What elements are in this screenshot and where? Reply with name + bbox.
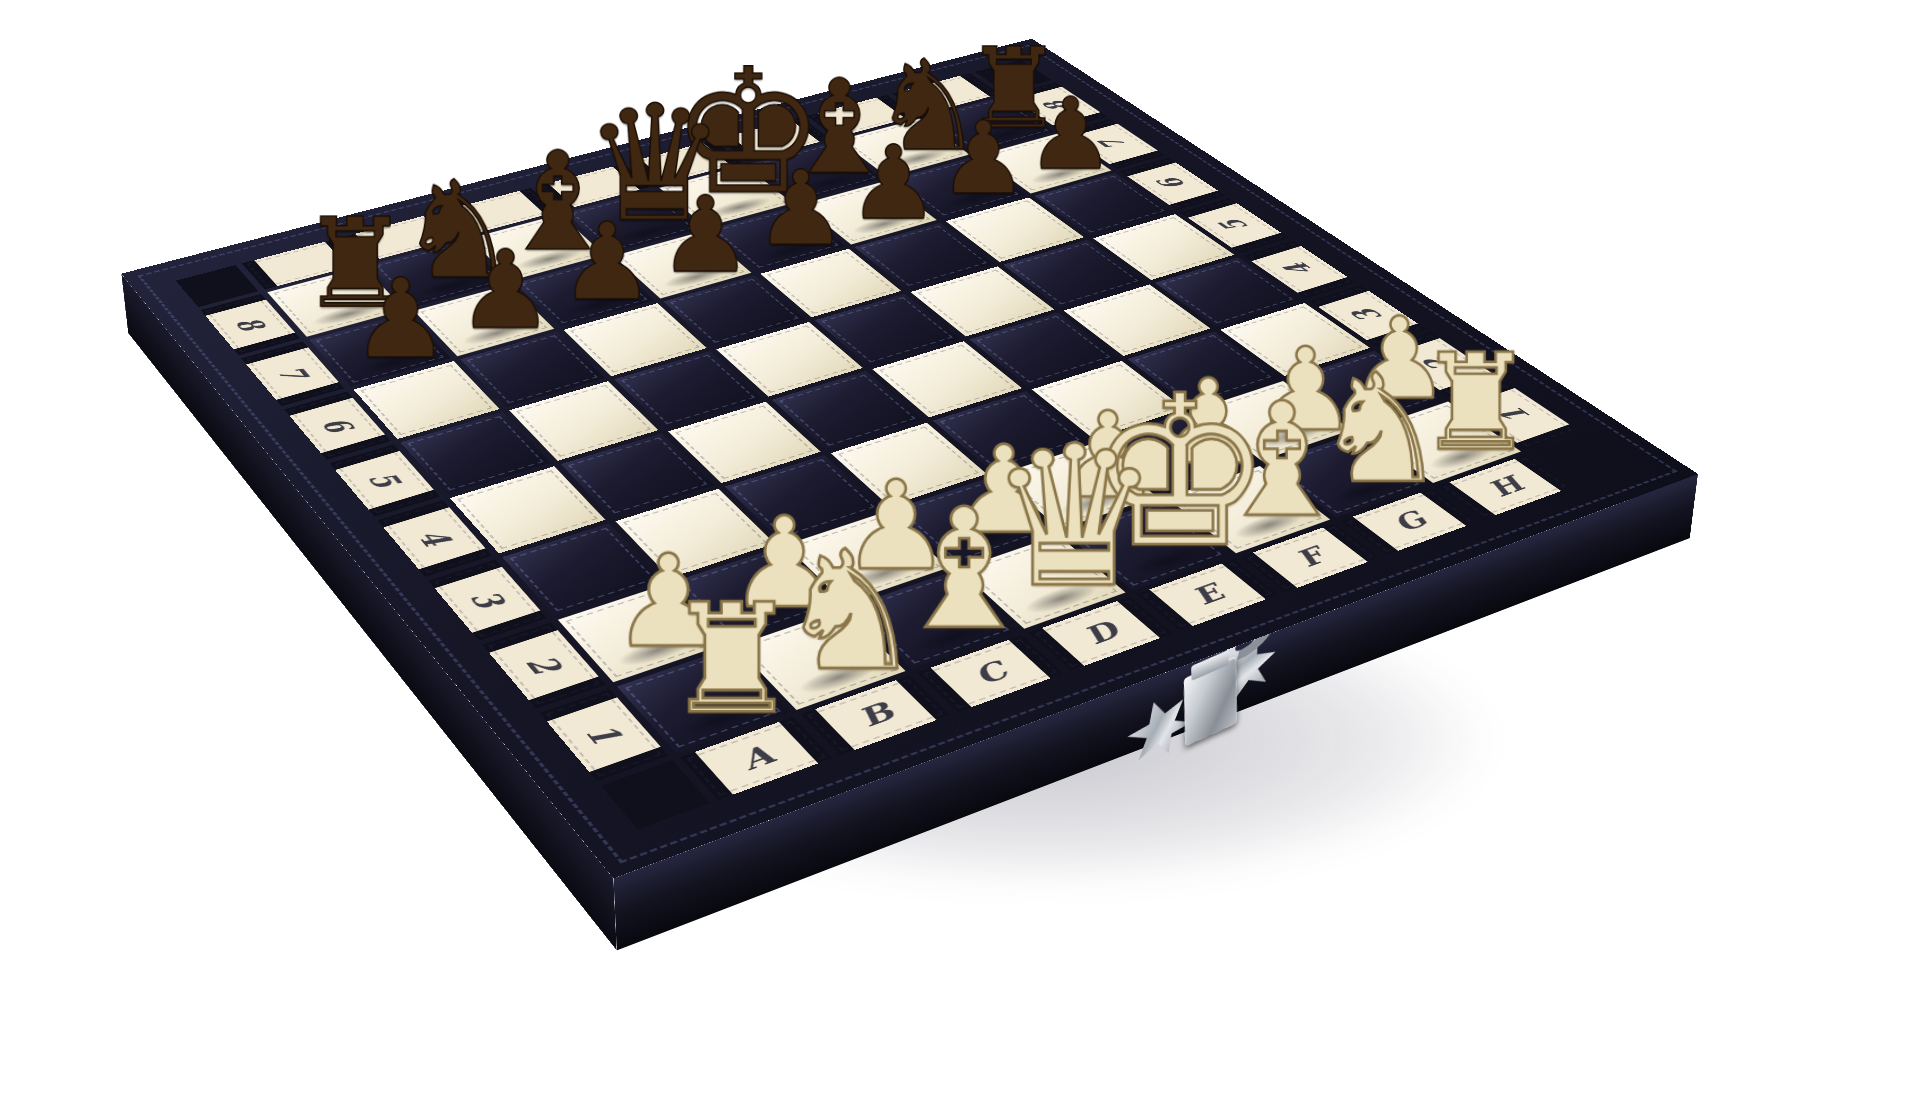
black-pawn[interactable]: ♟ [848,135,939,232]
rank-label-cell-left-3: 3 [428,559,547,640]
black-pawn[interactable]: ♟ [559,211,655,312]
black-pawn[interactable]: ♟ [658,185,752,285]
black-pawn[interactable]: ♟ [1026,87,1115,181]
scene: 8♜♞♝♛♚♝♞♜87♟♟♟♟♟♟♟♟7665544332♟♟♟♟♟♟♟♟21♜… [0,0,1920,1093]
rank-label: 3 [416,564,558,636]
black-pawn[interactable]: ♟ [754,159,847,257]
black-pawn[interactable]: ♟ [457,239,554,342]
square-c6[interactable] [563,303,706,376]
rank-label: 2 [470,627,617,704]
rank-label-cell-right-4: 4 [1243,241,1356,299]
black-pawn[interactable]: ♟ [351,267,450,372]
clasp-buckle [1183,656,1236,747]
rank-label-cell-left-6: 6 [284,391,391,459]
white-rook[interactable]: ♜ [665,588,800,731]
black-pawn[interactable]: ♟ [938,110,1028,205]
rank-label-cell-right-5: 5 [1180,198,1289,253]
rank-label: 5 [317,448,451,512]
